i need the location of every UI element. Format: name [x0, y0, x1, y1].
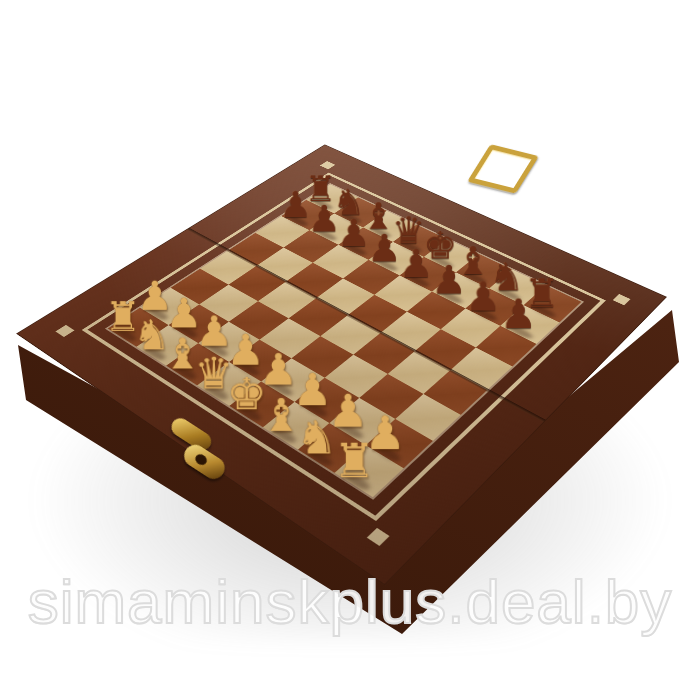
inlay-corner-block	[613, 294, 631, 305]
board-border	[17, 145, 665, 584]
brass-hinge-icon	[467, 144, 539, 194]
product-photo-scene: ♜♞♝♛♚♝♞♜♟♟♟♟♟♟♟♟♟♟♟♟♟♟♟♟♜♞♝♛♚♝♞♜ simamin…	[0, 0, 700, 700]
piece-dark-pawn-h7: ♟	[497, 293, 540, 334]
inlay-corner-block	[367, 528, 390, 546]
inlay-corner-block	[55, 325, 74, 337]
piece-light-rook-h1: ♜	[329, 437, 379, 484]
watermark-text: simaminskplus.deal.by	[0, 566, 700, 637]
chess-board: ♜♞♝♛♚♝♞♜♟♟♟♟♟♟♟♟♟♟♟♟♟♟♟♟♜♞♝♛♚♝♞♜	[17, 145, 665, 584]
